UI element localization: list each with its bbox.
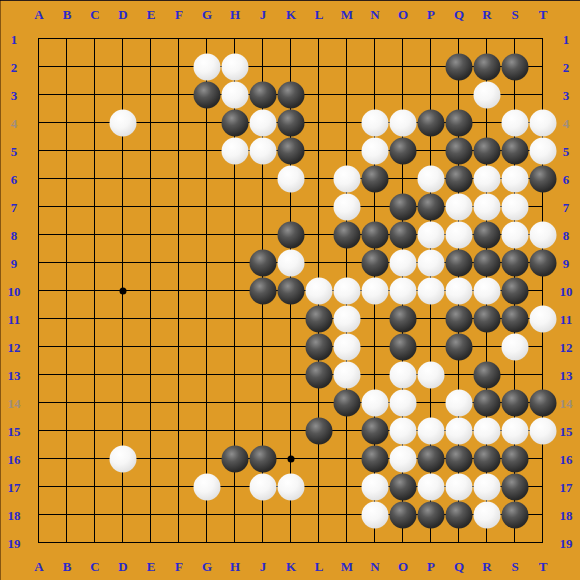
coord-label-right-14: 14 — [560, 397, 573, 410]
coord-label-right-16: 16 — [560, 453, 573, 466]
stone-black-M14[interactable] — [334, 390, 361, 417]
stone-black-P7[interactable] — [418, 194, 445, 221]
stone-black-J3[interactable] — [250, 82, 277, 109]
stone-white-P17[interactable] — [418, 474, 445, 501]
stone-white-Q10[interactable] — [446, 278, 473, 305]
stone-black-N15[interactable] — [362, 418, 389, 445]
stone-white-S7[interactable] — [502, 194, 529, 221]
stone-white-P10[interactable] — [418, 278, 445, 305]
coord-label-left-10: 10 — [8, 285, 21, 298]
stone-white-Q14[interactable] — [446, 390, 473, 417]
stone-white-H5[interactable] — [222, 138, 249, 165]
coord-label-top-P: P — [427, 8, 435, 21]
star-point-K16 — [288, 456, 295, 463]
coord-label-top-E: E — [147, 8, 156, 21]
stone-black-Q5[interactable] — [446, 138, 473, 165]
stone-black-O11[interactable] — [390, 306, 417, 333]
stone-white-M13[interactable] — [334, 362, 361, 389]
stone-white-O15[interactable] — [390, 418, 417, 445]
stone-black-J9[interactable] — [250, 250, 277, 277]
stone-white-P15[interactable] — [418, 418, 445, 445]
stone-white-P8[interactable] — [418, 222, 445, 249]
coord-label-left-7: 7 — [11, 201, 18, 214]
coord-label-left-9: 9 — [11, 257, 18, 270]
stone-black-P18[interactable] — [418, 502, 445, 529]
coord-label-left-6: 6 — [11, 173, 18, 186]
stone-white-T4[interactable] — [530, 110, 557, 137]
stone-white-S12[interactable] — [502, 334, 529, 361]
stone-black-N16[interactable] — [362, 446, 389, 473]
coord-label-top-Q: Q — [454, 8, 464, 21]
stone-black-T6[interactable] — [530, 166, 557, 193]
coord-label-bottom-E: E — [147, 560, 156, 573]
coord-label-bottom-L: L — [315, 560, 324, 573]
coord-label-left-3: 3 — [11, 89, 18, 102]
stone-white-M11[interactable] — [334, 306, 361, 333]
coord-label-top-K: K — [286, 8, 296, 21]
coord-label-bottom-N: N — [370, 560, 379, 573]
stone-white-M7[interactable] — [334, 194, 361, 221]
coord-label-top-H: H — [230, 8, 240, 21]
stone-white-M6[interactable] — [334, 166, 361, 193]
coord-label-left-14: 14 — [8, 397, 21, 410]
stone-black-N8[interactable] — [362, 222, 389, 249]
coord-label-left-12: 12 — [8, 341, 21, 354]
stone-white-M10[interactable] — [334, 278, 361, 305]
stone-black-S10[interactable] — [502, 278, 529, 305]
stone-black-O12[interactable] — [390, 334, 417, 361]
coord-label-bottom-G: G — [202, 560, 212, 573]
stone-black-T9[interactable] — [530, 250, 557, 277]
stone-black-G3[interactable] — [194, 82, 221, 109]
stone-white-O16[interactable] — [390, 446, 417, 473]
coord-label-right-1: 1 — [563, 33, 570, 46]
stone-black-Q18[interactable] — [446, 502, 473, 529]
stone-white-R18[interactable] — [474, 502, 501, 529]
stone-white-N4[interactable] — [362, 110, 389, 137]
coord-label-top-O: O — [398, 8, 408, 21]
coord-label-bottom-B: B — [63, 560, 72, 573]
stone-black-L12[interactable] — [306, 334, 333, 361]
coord-label-bottom-C: C — [90, 560, 99, 573]
stone-black-S14[interactable] — [502, 390, 529, 417]
stone-white-N18[interactable] — [362, 502, 389, 529]
stone-black-K4[interactable] — [278, 110, 305, 137]
stone-black-Q2[interactable] — [446, 54, 473, 81]
stone-black-R8[interactable] — [474, 222, 501, 249]
stone-white-N10[interactable] — [362, 278, 389, 305]
coord-label-right-4: 4 — [563, 117, 570, 130]
stone-black-R9[interactable] — [474, 250, 501, 277]
star-point-D10 — [120, 288, 127, 295]
stone-white-H2[interactable] — [222, 54, 249, 81]
stone-black-R16[interactable] — [474, 446, 501, 473]
coord-label-left-13: 13 — [8, 369, 21, 382]
coord-label-top-N: N — [370, 8, 379, 21]
coord-label-top-R: R — [482, 8, 491, 21]
stone-black-Q6[interactable] — [446, 166, 473, 193]
stone-white-S15[interactable] — [502, 418, 529, 445]
stone-black-H4[interactable] — [222, 110, 249, 137]
stone-black-R5[interactable] — [474, 138, 501, 165]
stone-white-P9[interactable] — [418, 250, 445, 277]
coord-label-top-C: C — [90, 8, 99, 21]
stone-white-T8[interactable] — [530, 222, 557, 249]
coord-label-top-G: G — [202, 8, 212, 21]
stone-white-G17[interactable] — [194, 474, 221, 501]
stone-black-J16[interactable] — [250, 446, 277, 473]
stone-white-N5[interactable] — [362, 138, 389, 165]
stone-white-Q17[interactable] — [446, 474, 473, 501]
stone-white-S8[interactable] — [502, 222, 529, 249]
stone-black-S11[interactable] — [502, 306, 529, 333]
coord-label-left-17: 17 — [8, 481, 21, 494]
stone-white-P13[interactable] — [418, 362, 445, 389]
stone-white-R10[interactable] — [474, 278, 501, 305]
stone-black-K10[interactable] — [278, 278, 305, 305]
coord-label-bottom-J: J — [260, 560, 267, 573]
stone-black-Q9[interactable] — [446, 250, 473, 277]
stone-black-J10[interactable] — [250, 278, 277, 305]
stone-white-T11[interactable] — [530, 306, 557, 333]
stone-black-Q4[interactable] — [446, 110, 473, 137]
stone-white-R6[interactable] — [474, 166, 501, 193]
coord-label-right-8: 8 — [563, 229, 570, 242]
stone-white-O4[interactable] — [390, 110, 417, 137]
stone-white-N14[interactable] — [362, 390, 389, 417]
stone-white-O14[interactable] — [390, 390, 417, 417]
go-game-screenshot: AABBCCDDEEFFGGHHJJKKLLMMNNOOPPQQRRSSTT11… — [0, 0, 580, 580]
stone-white-J4[interactable] — [250, 110, 277, 137]
coord-label-bottom-R: R — [482, 560, 491, 573]
stone-black-L13[interactable] — [306, 362, 333, 389]
stone-black-N9[interactable] — [362, 250, 389, 277]
coord-label-top-S: S — [511, 8, 518, 21]
stone-white-N17[interactable] — [362, 474, 389, 501]
stone-black-S17[interactable] — [502, 474, 529, 501]
stone-black-S9[interactable] — [502, 250, 529, 277]
stone-white-Q15[interactable] — [446, 418, 473, 445]
stone-black-Q11[interactable] — [446, 306, 473, 333]
stone-white-S4[interactable] — [502, 110, 529, 137]
stone-white-J17[interactable] — [250, 474, 277, 501]
coord-label-left-4: 4 — [11, 117, 18, 130]
stone-white-R7[interactable] — [474, 194, 501, 221]
stone-black-N6[interactable] — [362, 166, 389, 193]
coord-label-bottom-F: F — [175, 560, 183, 573]
stone-white-R15[interactable] — [474, 418, 501, 445]
stone-black-L11[interactable] — [306, 306, 333, 333]
coord-label-bottom-Q: Q — [454, 560, 464, 573]
stone-white-L10[interactable] — [306, 278, 333, 305]
coord-label-bottom-O: O — [398, 560, 408, 573]
stone-white-R3[interactable] — [474, 82, 501, 109]
coord-label-left-1: 1 — [11, 33, 18, 46]
coord-label-right-17: 17 — [560, 481, 573, 494]
coord-label-left-18: 18 — [8, 509, 21, 522]
stone-black-P4[interactable] — [418, 110, 445, 137]
coord-label-bottom-D: D — [118, 560, 127, 573]
stone-white-M12[interactable] — [334, 334, 361, 361]
stone-black-S18[interactable] — [502, 502, 529, 529]
coord-label-right-10: 10 — [560, 285, 573, 298]
stone-white-K6[interactable] — [278, 166, 305, 193]
stone-black-T14[interactable] — [530, 390, 557, 417]
stone-white-Q8[interactable] — [446, 222, 473, 249]
stone-black-R14[interactable] — [474, 390, 501, 417]
stone-white-S6[interactable] — [502, 166, 529, 193]
coord-label-top-J: J — [260, 8, 267, 21]
stone-white-O9[interactable] — [390, 250, 417, 277]
coord-label-top-F: F — [175, 8, 183, 21]
stone-white-O10[interactable] — [390, 278, 417, 305]
coord-label-top-A: A — [34, 8, 43, 21]
coord-label-left-15: 15 — [8, 425, 21, 438]
coord-label-right-13: 13 — [560, 369, 573, 382]
coord-label-left-5: 5 — [11, 145, 18, 158]
coord-label-right-12: 12 — [560, 341, 573, 354]
stone-white-D16[interactable] — [110, 446, 137, 473]
stone-black-L15[interactable] — [306, 418, 333, 445]
stone-black-O17[interactable] — [390, 474, 417, 501]
stone-white-H3[interactable] — [222, 82, 249, 109]
coord-label-bottom-A: A — [34, 560, 43, 573]
stone-white-T15[interactable] — [530, 418, 557, 445]
coord-label-top-D: D — [118, 8, 127, 21]
stone-black-O18[interactable] — [390, 502, 417, 529]
stone-white-G2[interactable] — [194, 54, 221, 81]
stone-black-R11[interactable] — [474, 306, 501, 333]
coord-label-right-3: 3 — [563, 89, 570, 102]
stone-black-H16[interactable] — [222, 446, 249, 473]
stone-black-P16[interactable] — [418, 446, 445, 473]
coord-label-bottom-T: T — [539, 560, 548, 573]
coord-label-right-18: 18 — [560, 509, 573, 522]
coord-label-right-15: 15 — [560, 425, 573, 438]
coord-label-bottom-H: H — [230, 560, 240, 573]
stone-black-O5[interactable] — [390, 138, 417, 165]
coord-label-right-9: 9 — [563, 257, 570, 270]
stone-white-K17[interactable] — [278, 474, 305, 501]
coord-label-right-6: 6 — [563, 173, 570, 186]
coord-label-left-19: 19 — [8, 537, 21, 550]
coord-label-bottom-K: K — [286, 560, 296, 573]
coord-label-right-19: 19 — [560, 537, 573, 550]
coord-label-right-11: 11 — [560, 313, 572, 326]
stone-black-M8[interactable] — [334, 222, 361, 249]
coord-label-top-M: M — [341, 8, 353, 21]
stone-black-K3[interactable] — [278, 82, 305, 109]
stone-white-D4[interactable] — [110, 110, 137, 137]
stone-black-K5[interactable] — [278, 138, 305, 165]
stone-white-J5[interactable] — [250, 138, 277, 165]
coord-label-bottom-S: S — [511, 560, 518, 573]
coord-label-left-16: 16 — [8, 453, 21, 466]
stone-white-R17[interactable] — [474, 474, 501, 501]
stone-black-R2[interactable] — [474, 54, 501, 81]
coord-label-right-5: 5 — [563, 145, 570, 158]
stone-white-P6[interactable] — [418, 166, 445, 193]
stone-black-Q16[interactable] — [446, 446, 473, 473]
stone-black-Q12[interactable] — [446, 334, 473, 361]
stone-black-O8[interactable] — [390, 222, 417, 249]
stone-white-K9[interactable] — [278, 250, 305, 277]
stone-black-S2[interactable] — [502, 54, 529, 81]
coord-label-left-8: 8 — [11, 229, 18, 242]
stone-white-T5[interactable] — [530, 138, 557, 165]
stone-black-K8[interactable] — [278, 222, 305, 249]
stone-black-S5[interactable] — [502, 138, 529, 165]
coord-label-bottom-P: P — [427, 560, 435, 573]
stone-black-R13[interactable] — [474, 362, 501, 389]
coord-label-top-B: B — [63, 8, 72, 21]
coord-label-left-11: 11 — [8, 313, 20, 326]
coord-label-right-7: 7 — [563, 201, 570, 214]
coord-label-top-L: L — [315, 8, 324, 21]
stone-black-S16[interactable] — [502, 446, 529, 473]
coord-label-bottom-M: M — [341, 560, 353, 573]
stone-white-O13[interactable] — [390, 362, 417, 389]
stone-white-Q7[interactable] — [446, 194, 473, 221]
coord-label-right-2: 2 — [563, 61, 570, 74]
coord-label-left-2: 2 — [11, 61, 18, 74]
coord-label-top-T: T — [539, 8, 548, 21]
stone-black-O7[interactable] — [390, 194, 417, 221]
